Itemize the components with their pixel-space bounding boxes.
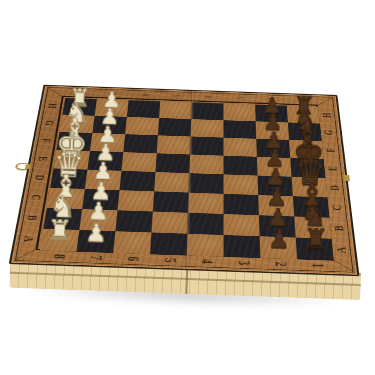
square-c7 (82, 189, 119, 210)
square-g3 (223, 120, 256, 139)
square-b2 (259, 215, 296, 237)
board: HGFEDCBA HGFEDCBA 87654321 87654321 ♜♟♟♜… (9, 85, 360, 276)
square-e3 (224, 156, 258, 176)
square-h2 (255, 105, 288, 123)
square-e8 (53, 150, 90, 170)
square-c3 (224, 194, 259, 215)
square-e4 (190, 154, 224, 174)
square-b8 (43, 208, 82, 230)
photo-tilt-wrapper: HGFEDCBA HGFEDCBA 87654321 87654321 ♜♟♟♜… (0, 0, 375, 375)
corner-miter-top-left (47, 87, 63, 97)
square-c5 (153, 191, 189, 212)
square-h4 (191, 102, 223, 120)
square-e2 (257, 157, 292, 177)
square-b7 (79, 209, 117, 231)
square-f7 (90, 133, 125, 152)
square-g6 (125, 117, 159, 135)
square-c2 (258, 195, 294, 216)
square-f3 (223, 138, 256, 157)
square-e5 (155, 153, 190, 173)
square-h8 (62, 98, 96, 116)
square-d8 (50, 168, 87, 189)
square-b6 (115, 210, 152, 232)
square-e1 (290, 158, 325, 178)
corner-miter-top-right (317, 97, 334, 106)
square-g4 (191, 119, 224, 138)
square-h5 (159, 101, 192, 119)
square-d3 (224, 174, 259, 195)
square-d2 (258, 176, 293, 197)
perspective-container: HGFEDCBA HGFEDCBA 87654321 87654321 ♜♟♟♜… (22, 7, 353, 338)
square-g1 (288, 122, 322, 141)
square-e7 (87, 151, 123, 171)
square-h7 (95, 99, 129, 117)
square-e6 (121, 152, 156, 172)
square-b1 (294, 216, 331, 238)
product-photo: HGFEDCBA HGFEDCBA 87654321 87654321 ♜♟♟♜… (0, 0, 375, 375)
square-b5 (151, 212, 188, 234)
square-d7 (85, 170, 122, 191)
square-b3 (224, 214, 260, 236)
square-f4 (190, 136, 223, 155)
square-f8 (57, 132, 93, 151)
square-f5 (157, 135, 191, 154)
square-h6 (127, 100, 160, 118)
coordinate-label: 7 (75, 249, 114, 266)
square-c6 (118, 190, 155, 211)
brass-clasp (15, 162, 32, 171)
square-d1 (292, 177, 328, 198)
square-h3 (223, 103, 255, 121)
square-d6 (120, 171, 156, 192)
square-b4 (188, 213, 224, 235)
square-g7 (92, 116, 127, 134)
square-c4 (188, 193, 223, 214)
square-d5 (154, 172, 189, 193)
square-f2 (256, 139, 290, 158)
square-d4 (189, 173, 224, 194)
square-c1 (293, 196, 330, 217)
square-f6 (123, 134, 158, 153)
corner-miter-bottom-left (14, 249, 37, 261)
square-c8 (47, 188, 85, 209)
square-f1 (289, 140, 324, 159)
